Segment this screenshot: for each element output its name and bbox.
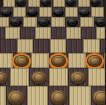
black-piece[interactable] (95, 18, 105, 26)
square-f6[interactable] (65, 17, 79, 28)
black-piece[interactable] (41, 0, 51, 6)
black-piece[interactable] (53, 9, 64, 16)
square-f7 (65, 7, 78, 17)
square-a7[interactable] (0, 7, 13, 17)
square-f4[interactable] (66, 39, 83, 53)
square-h5 (96, 27, 105, 39)
board-row-1 (0, 86, 105, 105)
square-g6 (80, 17, 94, 28)
black-piece[interactable] (91, 0, 101, 6)
square-d2[interactable] (29, 68, 49, 86)
square-g2 (88, 68, 105, 86)
board-row-2 (0, 68, 105, 86)
board-row-7 (0, 7, 104, 17)
square-c3[interactable] (13, 53, 31, 69)
square-e8 (53, 0, 66, 7)
board-row-3 (0, 53, 105, 69)
square-c8 (28, 0, 41, 7)
white-piece[interactable] (70, 71, 86, 84)
black-piece[interactable] (16, 0, 26, 6)
square-b3 (0, 53, 13, 69)
square-e3[interactable] (49, 53, 67, 69)
square-e5[interactable] (51, 27, 66, 39)
square-e7[interactable] (52, 7, 65, 17)
checkers-board (0, 0, 105, 105)
square-b4[interactable] (0, 39, 17, 53)
white-piece-highlighted[interactable] (87, 55, 102, 66)
square-d1 (27, 86, 48, 105)
square-c5[interactable] (20, 27, 35, 39)
black-piece[interactable] (27, 9, 38, 16)
square-d5 (35, 27, 50, 39)
square-g3[interactable] (86, 53, 104, 69)
board-row-4 (0, 39, 105, 53)
square-g1[interactable] (91, 86, 106, 105)
square-g4 (83, 39, 100, 53)
square-g5[interactable] (81, 27, 96, 39)
square-h8[interactable] (90, 0, 103, 7)
black-piece[interactable] (1, 9, 12, 16)
square-d7 (39, 7, 52, 17)
square-f5 (66, 27, 81, 39)
square-a8 (3, 0, 16, 7)
white-piece-highlighted[interactable] (51, 55, 66, 66)
square-e6 (51, 17, 65, 28)
black-piece[interactable] (66, 0, 76, 6)
square-d4[interactable] (33, 39, 50, 53)
square-c4 (17, 39, 34, 53)
square-b2[interactable] (0, 68, 10, 86)
white-piece[interactable] (50, 90, 67, 105)
square-c1[interactable] (6, 86, 27, 105)
black-piece[interactable] (10, 18, 22, 26)
square-c6 (23, 17, 37, 28)
square-d8[interactable] (40, 0, 53, 7)
square-f8[interactable] (65, 0, 78, 7)
square-b5 (5, 27, 20, 39)
white-piece[interactable] (92, 90, 105, 105)
white-piece[interactable] (0, 71, 8, 84)
square-d3 (31, 53, 49, 69)
board-row-6 (0, 17, 105, 28)
white-piece-highlighted[interactable] (14, 55, 29, 66)
square-b6[interactable] (9, 17, 23, 28)
square-f3 (68, 53, 86, 69)
black-piece[interactable] (38, 18, 50, 26)
square-f2[interactable] (68, 68, 88, 86)
square-b8[interactable] (15, 0, 28, 7)
black-piece[interactable] (79, 9, 90, 16)
square-e4 (50, 39, 67, 53)
square-h3 (104, 53, 105, 69)
board-row-5 (0, 27, 105, 39)
square-g7[interactable] (78, 7, 91, 17)
square-f1 (69, 86, 90, 105)
square-e2 (49, 68, 69, 86)
square-c2 (10, 68, 30, 86)
white-piece[interactable] (31, 71, 47, 84)
square-h7 (91, 7, 104, 17)
black-piece[interactable] (67, 18, 79, 26)
square-h6[interactable] (94, 17, 105, 28)
square-c7[interactable] (26, 7, 39, 17)
square-a6 (0, 17, 9, 28)
square-e1[interactable] (48, 86, 69, 105)
white-piece[interactable] (7, 90, 24, 105)
square-b7 (13, 7, 26, 17)
square-d6[interactable] (37, 17, 51, 28)
square-h4[interactable] (100, 39, 105, 53)
square-g8 (78, 0, 91, 7)
board-row-8 (3, 0, 103, 7)
